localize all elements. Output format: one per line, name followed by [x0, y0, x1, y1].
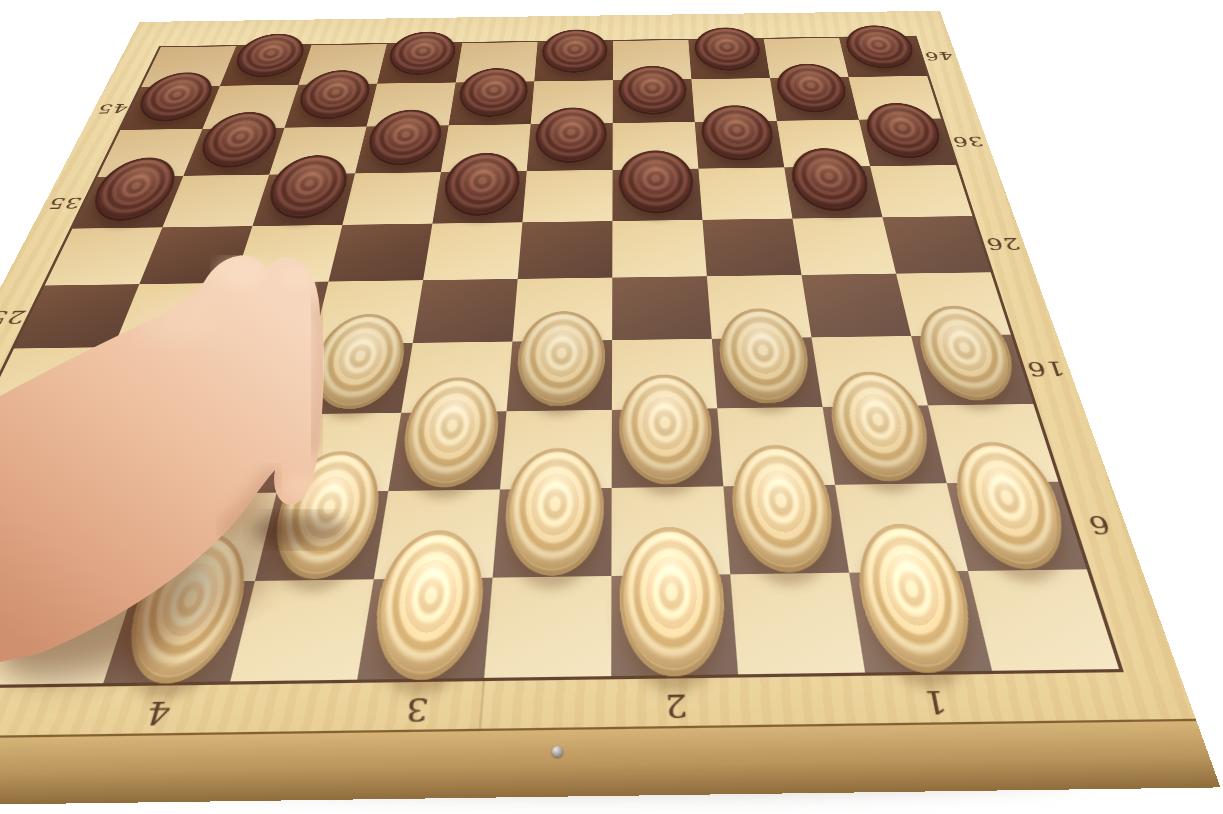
piece-light-sq8[interactable]: [501, 447, 604, 576]
piece-light-sq19[interactable]: [304, 313, 411, 409]
piece-light-sq5[interactable]: [0, 536, 29, 688]
coord-label-16: 16: [1023, 357, 1068, 379]
piece-light-sq13[interactable]: [397, 377, 503, 488]
piece-dark-sq37[interactable]: [699, 105, 777, 161]
draughts-board: 54321453525155463626166: [0, 11, 1220, 806]
piece-dark-sq44[interactable]: [293, 70, 375, 120]
coord-label-46: 46: [922, 49, 954, 62]
piece-dark-sq40[interactable]: [192, 112, 284, 169]
hinge-screw-icon: [552, 746, 563, 757]
coord-label-36: 36: [950, 134, 985, 149]
photo-stage: 54321453525155463626166: [0, 0, 1223, 814]
piece-light-sq11[interactable]: [824, 371, 938, 482]
piece-dark-sq33[interactable]: [440, 152, 523, 216]
coord-label-2: 2: [663, 687, 688, 722]
piece-light-sq2[interactable]: [620, 526, 730, 677]
piece-dark-sq42[interactable]: [618, 65, 688, 115]
piece-light-sq12[interactable]: [619, 374, 715, 485]
piece-dark-sq39[interactable]: [363, 109, 446, 166]
piece-dark-sq32[interactable]: [619, 150, 696, 214]
piece-light-sq20[interactable]: [94, 316, 216, 413]
piece-dark-sq34[interactable]: [261, 155, 354, 219]
piece-dark-sq41[interactable]: [773, 63, 851, 113]
coord-label-3: 3: [403, 691, 431, 726]
coord-label-26: 26: [983, 234, 1023, 252]
piece-dark-sq43[interactable]: [456, 68, 530, 118]
piece-dark-sq38[interactable]: [533, 107, 607, 163]
piece-light-sq7[interactable]: [728, 444, 841, 573]
piece-dark-sq31[interactable]: [787, 148, 874, 212]
piece-light-sq18[interactable]: [514, 311, 605, 407]
board-side-edge: [0, 719, 1221, 808]
piece-light-sq3[interactable]: [366, 529, 489, 680]
piece-dark-sq36[interactable]: [861, 103, 948, 159]
piece-light-sq17[interactable]: [716, 308, 814, 404]
